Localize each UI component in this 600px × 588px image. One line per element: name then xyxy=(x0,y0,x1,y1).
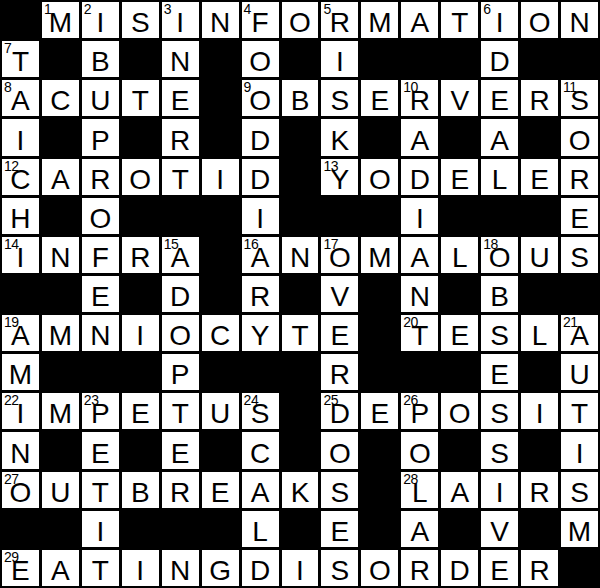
cell-letter: E xyxy=(82,276,119,312)
grid-cell[interactable]: 21A xyxy=(561,315,598,351)
grid-cell[interactable]: O xyxy=(242,41,279,77)
black-cell xyxy=(561,550,598,586)
cell-letter: I xyxy=(122,550,159,586)
black-cell xyxy=(202,41,239,77)
grid-cell[interactable]: B xyxy=(82,41,119,77)
cell-letter: R xyxy=(401,550,438,586)
cell-letter: L xyxy=(401,472,438,508)
grid-cell[interactable]: U xyxy=(202,393,239,429)
grid-cell[interactable]: S xyxy=(321,550,358,586)
grid-cell[interactable]: B xyxy=(122,472,159,508)
grid-cell[interactable]: S xyxy=(122,2,159,38)
cell-letter: A xyxy=(561,315,598,351)
cell-letter: C xyxy=(202,315,239,351)
grid-cell[interactable]: F xyxy=(82,237,119,273)
grid-cell[interactable]: O xyxy=(162,315,199,351)
grid-cell[interactable]: I xyxy=(561,432,598,468)
grid-cell[interactable]: N xyxy=(401,276,438,312)
grid-cell[interactable]: R xyxy=(521,80,558,116)
grid-cell[interactable]: E xyxy=(361,80,398,116)
cell-letter: A xyxy=(242,237,279,273)
grid-cell[interactable]: S xyxy=(321,80,358,116)
cell-letter: R xyxy=(321,2,358,38)
cell-letter: T xyxy=(82,550,119,586)
cell-letter: A xyxy=(481,119,518,155)
grid-cell[interactable]: A xyxy=(401,2,438,38)
grid-cell[interactable]: I xyxy=(122,315,159,351)
cell-letter: R xyxy=(561,159,598,195)
grid-cell[interactable]: C xyxy=(42,80,79,116)
grid-cell[interactable]: R xyxy=(162,472,199,508)
grid-cell[interactable]: N xyxy=(2,432,39,468)
grid-cell[interactable]: E xyxy=(441,159,478,195)
cell-letter: S xyxy=(321,550,358,586)
grid-cell[interactable]: 17O xyxy=(321,237,358,273)
grid-cell[interactable]: 3I xyxy=(162,2,199,38)
cell-letter: D xyxy=(242,550,279,586)
cell-letter: I xyxy=(481,472,518,508)
grid-cell[interactable]: A xyxy=(401,511,438,547)
grid-cell[interactable]: A xyxy=(441,472,478,508)
black-cell xyxy=(42,276,79,312)
grid-cell[interactable]: S xyxy=(481,315,518,351)
grid-cell[interactable]: E xyxy=(481,80,518,116)
cell-letter: D xyxy=(441,550,478,586)
grid-cell[interactable]: O xyxy=(82,198,119,234)
grid-cell[interactable]: M xyxy=(361,237,398,273)
grid-cell[interactable]: O xyxy=(361,550,398,586)
grid-cell[interactable]: O xyxy=(122,159,159,195)
grid-cell[interactable]: I xyxy=(82,511,119,547)
cell-letter: O xyxy=(361,159,398,195)
grid-cell[interactable]: 23P xyxy=(82,393,119,429)
grid-cell[interactable]: T xyxy=(282,315,319,351)
grid-cell[interactable]: G xyxy=(202,550,239,586)
grid-cell[interactable]: R xyxy=(521,472,558,508)
cell-letter: O xyxy=(441,393,478,429)
cell-letter: S xyxy=(481,315,518,351)
cell-letter: O xyxy=(282,2,319,38)
black-cell xyxy=(202,119,239,155)
grid-cell[interactable]: L xyxy=(242,511,279,547)
grid-cell[interactable]: B xyxy=(282,80,319,116)
grid-cell[interactable]: I xyxy=(521,393,558,429)
black-cell xyxy=(202,354,239,390)
grid-cell[interactable]: M xyxy=(2,354,39,390)
cell-letter: I xyxy=(561,432,598,468)
cell-letter: M xyxy=(42,315,79,351)
grid-cell[interactable]: 7T xyxy=(2,41,39,77)
cell-letter: R xyxy=(521,80,558,116)
cell-letter: E xyxy=(361,80,398,116)
cell-letter: D xyxy=(242,119,279,155)
cell-letter: L xyxy=(441,237,478,273)
cell-letter: E xyxy=(321,511,358,547)
grid-cell[interactable]: E xyxy=(122,393,159,429)
grid-cell[interactable]: A xyxy=(401,119,438,155)
grid-cell[interactable]: L xyxy=(441,237,478,273)
black-cell xyxy=(122,41,159,77)
grid-cell[interactable]: A xyxy=(42,550,79,586)
grid-cell[interactable]: E xyxy=(202,472,239,508)
black-cell xyxy=(561,276,598,312)
grid-cell[interactable]: A xyxy=(481,119,518,155)
cell-letter: N xyxy=(561,2,598,38)
cell-letter: E xyxy=(2,550,39,586)
grid-cell[interactable]: R xyxy=(321,354,358,390)
cell-letter: A xyxy=(42,159,79,195)
cell-letter: N xyxy=(202,2,239,38)
grid-cell[interactable]: 29E xyxy=(2,550,39,586)
black-cell xyxy=(2,276,39,312)
cell-letter: N xyxy=(162,550,199,586)
black-cell xyxy=(202,237,239,273)
cell-letter: U xyxy=(202,393,239,429)
grid-cell[interactable]: E xyxy=(162,432,199,468)
black-cell xyxy=(481,198,518,234)
grid-cell[interactable]: U xyxy=(82,80,119,116)
cell-letter: E xyxy=(481,550,518,586)
cell-letter: T xyxy=(2,41,39,77)
grid-cell[interactable]: E xyxy=(481,354,518,390)
grid-cell[interactable]: 15A xyxy=(162,237,199,273)
grid-cell[interactable]: C xyxy=(242,432,279,468)
grid-cell[interactable]: D xyxy=(481,41,518,77)
grid-cell[interactable]: N xyxy=(42,237,79,273)
black-cell xyxy=(282,393,319,429)
black-cell xyxy=(122,198,159,234)
black-cell xyxy=(202,511,239,547)
cell-letter: I xyxy=(481,2,518,38)
grid-cell[interactable]: N xyxy=(561,2,598,38)
black-cell xyxy=(2,511,39,547)
cell-letter: O xyxy=(2,472,39,508)
cell-letter: R xyxy=(162,119,199,155)
black-cell xyxy=(282,159,319,195)
grid-cell[interactable]: E xyxy=(521,159,558,195)
black-cell xyxy=(282,276,319,312)
cell-letter: M xyxy=(42,2,79,38)
cell-letter: K xyxy=(282,472,319,508)
grid-cell[interactable]: I xyxy=(282,550,319,586)
grid-cell[interactable]: 4F xyxy=(242,2,279,38)
grid-cell[interactable]: O xyxy=(321,432,358,468)
black-cell xyxy=(521,354,558,390)
cell-letter: U xyxy=(561,354,598,390)
black-cell xyxy=(202,276,239,312)
cell-letter: A xyxy=(401,237,438,273)
cell-letter: I xyxy=(202,159,239,195)
cell-letter: A xyxy=(401,2,438,38)
grid-cell[interactable]: T xyxy=(82,472,119,508)
grid-cell[interactable]: U xyxy=(42,472,79,508)
grid-cell[interactable]: I xyxy=(481,472,518,508)
cell-letter: N xyxy=(162,41,199,77)
grid-cell[interactable]: N xyxy=(162,41,199,77)
grid-cell[interactable]: I xyxy=(242,198,279,234)
grid-cell[interactable]: 8A xyxy=(2,80,39,116)
grid-cell[interactable]: I xyxy=(321,41,358,77)
cell-letter: I xyxy=(82,511,119,547)
cell-letter: P xyxy=(82,393,119,429)
grid-cell[interactable]: E xyxy=(321,511,358,547)
cell-letter: E xyxy=(202,472,239,508)
grid-cell[interactable]: E xyxy=(441,315,478,351)
cell-letter: P xyxy=(82,119,119,155)
black-cell xyxy=(42,41,79,77)
cell-letter: R xyxy=(321,354,358,390)
grid-cell[interactable]: O xyxy=(521,2,558,38)
grid-cell[interactable]: D xyxy=(242,119,279,155)
cell-letter: T xyxy=(282,315,319,351)
grid-cell[interactable]: I xyxy=(2,119,39,155)
grid-cell[interactable]: I xyxy=(401,198,438,234)
grid-cell[interactable]: D xyxy=(162,276,199,312)
grid-cell[interactable]: T xyxy=(122,80,159,116)
cell-letter: S xyxy=(321,80,358,116)
grid-cell[interactable]: P xyxy=(162,354,199,390)
cell-letter: R xyxy=(401,80,438,116)
cell-letter: O xyxy=(321,237,358,273)
grid-cell[interactable]: S xyxy=(481,432,518,468)
grid-cell[interactable]: N xyxy=(162,550,199,586)
cell-letter: A xyxy=(401,119,438,155)
cell-letter: L xyxy=(521,315,558,351)
black-cell xyxy=(282,511,319,547)
cell-letter: N xyxy=(401,276,438,312)
cell-letter: D xyxy=(242,159,279,195)
grid-cell[interactable]: 13Y xyxy=(321,159,358,195)
grid-cell[interactable]: K xyxy=(321,119,358,155)
grid-cell[interactable]: A xyxy=(242,472,279,508)
grid-cell[interactable]: E xyxy=(162,80,199,116)
grid-cell[interactable]: S xyxy=(561,472,598,508)
cell-letter: R xyxy=(521,550,558,586)
grid-cell[interactable]: K xyxy=(282,472,319,508)
grid-cell[interactable]: V xyxy=(481,511,518,547)
grid-cell[interactable]: R xyxy=(561,159,598,195)
grid-cell[interactable]: E xyxy=(481,550,518,586)
grid-cell[interactable]: 10R xyxy=(401,80,438,116)
cell-letter: D xyxy=(321,393,358,429)
grid-cell[interactable]: 6I xyxy=(481,2,518,38)
black-cell xyxy=(361,315,398,351)
black-cell xyxy=(401,354,438,390)
grid-cell[interactable]: M xyxy=(561,511,598,547)
cell-letter: N xyxy=(82,315,119,351)
cell-letter: C xyxy=(2,159,39,195)
cell-letter: B xyxy=(122,472,159,508)
grid-cell[interactable]: 18O xyxy=(481,237,518,273)
cell-letter: T xyxy=(401,315,438,351)
black-cell xyxy=(561,41,598,77)
grid-cell[interactable]: O xyxy=(282,2,319,38)
black-cell xyxy=(162,198,199,234)
black-cell xyxy=(441,276,478,312)
grid-cell[interactable]: T xyxy=(561,393,598,429)
black-cell xyxy=(521,198,558,234)
grid-cell[interactable]: 24S xyxy=(242,393,279,429)
black-cell xyxy=(441,119,478,155)
grid-cell[interactable]: O xyxy=(361,159,398,195)
grid-cell[interactable]: I xyxy=(202,159,239,195)
grid-cell[interactable]: L xyxy=(521,315,558,351)
grid-cell[interactable]: 25D xyxy=(321,393,358,429)
black-cell xyxy=(42,119,79,155)
black-cell xyxy=(361,198,398,234)
grid-cell[interactable]: C xyxy=(202,315,239,351)
grid-cell[interactable]: L xyxy=(481,159,518,195)
grid-cell[interactable]: D xyxy=(441,550,478,586)
grid-cell[interactable]: E xyxy=(82,276,119,312)
cell-letter: O xyxy=(321,432,358,468)
black-cell xyxy=(361,119,398,155)
cell-letter: E xyxy=(481,354,518,390)
cell-letter: A xyxy=(42,550,79,586)
cell-letter: E xyxy=(122,393,159,429)
grid-cell[interactable]: U xyxy=(561,354,598,390)
cell-letter: I xyxy=(282,550,319,586)
grid-cell[interactable]: V xyxy=(321,276,358,312)
grid-cell[interactable]: R xyxy=(401,550,438,586)
cell-letter: S xyxy=(561,472,598,508)
grid-cell[interactable]: T xyxy=(162,393,199,429)
grid-cell[interactable]: M xyxy=(42,315,79,351)
grid-cell[interactable]: S xyxy=(321,472,358,508)
cell-letter: M xyxy=(561,511,598,547)
cell-letter: R xyxy=(122,237,159,273)
cell-letter: T xyxy=(162,159,199,195)
cell-letter: Y xyxy=(242,315,279,351)
grid-cell[interactable]: R xyxy=(82,159,119,195)
cell-letter: S xyxy=(122,2,159,38)
cell-letter: I xyxy=(82,2,119,38)
black-cell xyxy=(521,41,558,77)
cell-letter: M xyxy=(42,393,79,429)
cell-letter: R xyxy=(82,159,119,195)
grid-cell[interactable]: A xyxy=(401,237,438,273)
grid-cell[interactable]: E xyxy=(82,432,119,468)
cell-letter: T xyxy=(122,80,159,116)
grid-cell[interactable]: 22I xyxy=(2,393,39,429)
crossword-grid: 1M2IS3IN4FO5RMAT6ION7TBNOID8ACUTE9OBSE10… xyxy=(0,0,600,588)
cell-letter: I xyxy=(321,41,358,77)
grid-cell[interactable]: V xyxy=(441,80,478,116)
grid-cell[interactable]: T xyxy=(441,2,478,38)
grid-cell[interactable]: S xyxy=(561,237,598,273)
cell-letter: E xyxy=(162,80,199,116)
cell-letter: I xyxy=(2,119,39,155)
cell-letter: I xyxy=(162,2,199,38)
cell-letter: R xyxy=(242,276,279,312)
grid-cell[interactable]: M xyxy=(361,2,398,38)
cell-letter: O xyxy=(401,432,438,468)
black-cell xyxy=(122,432,159,468)
grid-cell[interactable]: T xyxy=(162,159,199,195)
cell-letter: E xyxy=(441,315,478,351)
grid-cell[interactable]: 11S xyxy=(561,80,598,116)
black-cell xyxy=(521,511,558,547)
grid-cell[interactable]: D xyxy=(242,550,279,586)
grid-cell[interactable]: P xyxy=(82,119,119,155)
cell-letter: S xyxy=(481,432,518,468)
grid-cell[interactable]: 12C xyxy=(2,159,39,195)
grid-cell[interactable]: R xyxy=(521,550,558,586)
grid-cell[interactable]: D xyxy=(401,159,438,195)
cell-letter: V xyxy=(321,276,358,312)
cell-letter: A xyxy=(401,511,438,547)
grid-cell[interactable]: O xyxy=(401,432,438,468)
cell-letter: R xyxy=(521,472,558,508)
grid-cell[interactable]: 28L xyxy=(401,472,438,508)
grid-cell[interactable]: U xyxy=(521,237,558,273)
grid-cell[interactable]: R xyxy=(122,237,159,273)
cell-letter: E xyxy=(441,159,478,195)
grid-cell[interactable]: E xyxy=(561,198,598,234)
cell-letter: O xyxy=(242,80,279,116)
black-cell xyxy=(361,472,398,508)
grid-cell[interactable]: D xyxy=(242,159,279,195)
grid-cell[interactable]: E xyxy=(321,315,358,351)
grid-cell[interactable]: 9O xyxy=(242,80,279,116)
grid-cell[interactable]: O xyxy=(441,393,478,429)
cell-letter: C xyxy=(42,80,79,116)
grid-cell[interactable]: 27O xyxy=(2,472,39,508)
cell-letter: D xyxy=(401,159,438,195)
grid-cell[interactable]: R xyxy=(242,276,279,312)
black-cell xyxy=(441,432,478,468)
cell-letter: C xyxy=(242,432,279,468)
grid-cell[interactable]: Y xyxy=(242,315,279,351)
grid-cell[interactable]: S xyxy=(481,393,518,429)
grid-cell[interactable]: 2I xyxy=(82,2,119,38)
black-cell xyxy=(282,41,319,77)
grid-cell[interactable]: 1M xyxy=(42,2,79,38)
grid-cell[interactable]: M xyxy=(42,393,79,429)
grid-cell[interactable]: H xyxy=(2,198,39,234)
cell-letter: R xyxy=(162,472,199,508)
cell-letter: F xyxy=(242,2,279,38)
cell-letter: U xyxy=(521,237,558,273)
black-cell xyxy=(282,432,319,468)
grid-cell[interactable]: O xyxy=(561,119,598,155)
cell-letter: N xyxy=(2,432,39,468)
cell-letter: B xyxy=(481,276,518,312)
grid-cell[interactable]: T xyxy=(82,550,119,586)
grid-cell[interactable]: R xyxy=(162,119,199,155)
grid-cell[interactable]: N xyxy=(82,315,119,351)
black-cell xyxy=(82,354,119,390)
black-cell xyxy=(42,511,79,547)
grid-cell[interactable]: 16A xyxy=(242,237,279,273)
grid-cell[interactable]: A xyxy=(42,159,79,195)
black-cell xyxy=(42,354,79,390)
black-cell xyxy=(162,511,199,547)
cell-letter: L xyxy=(242,511,279,547)
grid-cell[interactable]: E xyxy=(361,393,398,429)
grid-cell[interactable]: 5R xyxy=(321,2,358,38)
grid-cell[interactable]: N xyxy=(202,2,239,38)
grid-cell[interactable]: 19A xyxy=(2,315,39,351)
grid-cell[interactable]: 20T xyxy=(401,315,438,351)
grid-cell[interactable]: 26P xyxy=(401,393,438,429)
grid-cell[interactable]: B xyxy=(481,276,518,312)
grid-cell[interactable]: 14I xyxy=(2,237,39,273)
black-cell xyxy=(282,354,319,390)
grid-cell[interactable]: I xyxy=(122,550,159,586)
grid-cell[interactable]: N xyxy=(282,237,319,273)
cell-letter: T xyxy=(82,472,119,508)
